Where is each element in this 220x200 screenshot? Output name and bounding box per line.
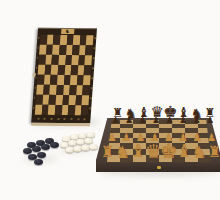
piece-white-rook: ♜ [101,145,115,160]
coordinate-mark [70,118,72,120]
coordinate-mark [64,118,66,120]
coordinate-mark [94,37,96,39]
coordinate-mark [93,57,95,59]
piece-black-pawn: ♟ [112,116,120,125]
coordinate-mark [33,97,35,99]
piece-white-knight: ♞ [192,144,207,161]
piece-white-bishop: ♝ [176,143,192,160]
board-square [81,105,88,115]
coordinate-mark [38,37,40,39]
black-checker-piece [37,152,46,158]
coordinate-mark [89,107,91,109]
board-square [83,85,90,95]
piece-black-pawn: ♟ [166,116,174,125]
piece-white-pawn: ♟ [107,132,116,143]
black-checker-piece [41,144,50,150]
coordinate-mark [44,118,46,120]
board-square [83,75,90,85]
piece-white-pawn: ♟ [207,132,216,143]
piece-white-king: ♚ [160,141,178,161]
coordinate-mark [93,47,95,49]
piece-black-pawn: ♟ [179,116,187,125]
board-square [84,65,91,75]
piece-black-pawn: ♟ [206,116,214,125]
piece-black-pawn: ♟ [193,116,201,125]
coordinate-mark [90,97,92,99]
board-square [86,35,93,45]
coordinate-mark [36,57,38,59]
coordinate-mark [84,118,86,120]
black-checker-piece [50,142,59,148]
coordinate-mark [92,67,94,69]
coordinate-mark [34,87,36,89]
board-square [85,45,92,55]
coordinate-mark [37,118,39,120]
piece-white-pawn: ♟ [192,132,201,143]
coordinate-mark [35,77,37,79]
piece-black-pawn: ♟ [152,116,160,125]
piece-black-pawn: ♟ [125,116,133,125]
folded-board-grid [35,35,94,116]
piece-white-knight: ♞ [115,144,130,161]
coordinate-mark [77,118,79,120]
coordinate-mark [50,118,52,120]
folded-chess-board: ♞ [31,28,97,124]
coordinate-mark [33,107,35,109]
folded-board-edge [31,123,90,127]
knight-logo-icon: ♞ [61,29,74,34]
brass-clasp-icon [157,166,161,169]
board-square [85,55,92,65]
open-board-front-rail [96,163,220,172]
piece-white-bishop: ♝ [130,143,146,160]
coordinate-mark [37,47,39,49]
coordinate-mark [91,77,93,79]
coordinate-mark [36,67,38,69]
piece-black-pawn: ♟ [139,116,147,125]
board-square [82,95,89,105]
black-checker-piece [34,159,43,165]
coordinate-mark [91,87,93,89]
chess-set-product-photo: ♞ ♜♞♝♛♚♝♞♜♟♟♟♟♟♟♟♟♟♟♟♟♟♟♟♟♜♞♝♛♚♝♞♜ [0,0,220,200]
coordinate-mark [57,118,59,120]
piece-white-rook: ♜ [208,145,220,160]
